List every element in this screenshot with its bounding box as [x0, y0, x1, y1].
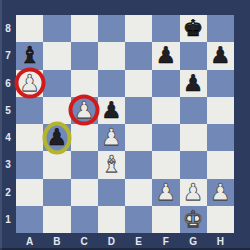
square-h6[interactable] — [207, 70, 234, 97]
square-g2[interactable]: ♟ — [180, 179, 207, 206]
file-label-e: E — [125, 233, 152, 250]
rank-label-8: 8 — [0, 15, 16, 42]
file-label-h: H — [207, 233, 234, 250]
square-f5[interactable] — [152, 97, 179, 124]
white-pawn-c5[interactable]: ♟ — [74, 99, 95, 122]
chess-diagram: 87654321 ♚♝♟♟♟♟♟♟♟♟♝♟♟♟♚ ABCDEFGH — [0, 0, 250, 250]
square-c1[interactable] — [71, 206, 98, 233]
square-d2[interactable] — [98, 179, 125, 206]
square-a2[interactable] — [16, 179, 43, 206]
square-d7[interactable] — [98, 42, 125, 69]
square-b2[interactable] — [43, 179, 70, 206]
file-label-a: A — [16, 233, 43, 250]
black-pawn-f7[interactable]: ♟ — [156, 44, 177, 67]
square-c3[interactable] — [71, 151, 98, 178]
rank-labels: 87654321 — [0, 15, 16, 233]
square-c5[interactable]: ♟ — [71, 97, 98, 124]
square-b6[interactable] — [43, 70, 70, 97]
square-a4[interactable] — [16, 124, 43, 151]
square-d6[interactable] — [98, 70, 125, 97]
square-a1[interactable] — [16, 206, 43, 233]
square-a8[interactable] — [16, 15, 43, 42]
square-g1[interactable]: ♚ — [180, 206, 207, 233]
white-pawn-d4[interactable]: ♟ — [101, 126, 122, 149]
rank-label-2: 2 — [0, 179, 16, 206]
rank-label-4: 4 — [0, 124, 16, 151]
chess-board[interactable]: ♚♝♟♟♟♟♟♟♟♟♝♟♟♟♚ — [16, 15, 234, 233]
white-pawn-f2[interactable]: ♟ — [156, 181, 177, 204]
file-label-g: G — [180, 233, 207, 250]
white-king-g1[interactable]: ♚ — [183, 208, 204, 231]
square-b7[interactable] — [43, 42, 70, 69]
square-b3[interactable] — [43, 151, 70, 178]
square-h8[interactable] — [207, 15, 234, 42]
square-a7[interactable]: ♝ — [16, 42, 43, 69]
black-pawn-d5[interactable]: ♟ — [101, 99, 122, 122]
file-label-b: B — [43, 233, 70, 250]
rank-label-5: 5 — [0, 97, 16, 124]
square-b1[interactable] — [43, 206, 70, 233]
square-g4[interactable] — [180, 124, 207, 151]
file-label-d: D — [98, 233, 125, 250]
white-pawn-g2[interactable]: ♟ — [183, 181, 204, 204]
square-g6[interactable]: ♟ — [180, 70, 207, 97]
white-bishop-d3[interactable]: ♝ — [101, 153, 122, 176]
file-labels: ABCDEFGH — [16, 233, 234, 250]
square-c4[interactable] — [71, 124, 98, 151]
rank-label-1: 1 — [0, 206, 16, 233]
square-h2[interactable]: ♟ — [207, 179, 234, 206]
square-a3[interactable] — [16, 151, 43, 178]
white-pawn-a6[interactable]: ♟ — [19, 72, 40, 95]
square-f3[interactable] — [152, 151, 179, 178]
square-g3[interactable] — [180, 151, 207, 178]
square-c8[interactable] — [71, 15, 98, 42]
square-h5[interactable] — [207, 97, 234, 124]
square-f8[interactable] — [152, 15, 179, 42]
square-e7[interactable] — [125, 42, 152, 69]
square-d1[interactable] — [98, 206, 125, 233]
black-pawn-h7[interactable]: ♟ — [210, 44, 231, 67]
square-f4[interactable] — [152, 124, 179, 151]
square-b4[interactable]: ♟ — [43, 124, 70, 151]
square-e4[interactable] — [125, 124, 152, 151]
square-b8[interactable] — [43, 15, 70, 42]
square-c7[interactable] — [71, 42, 98, 69]
square-g8[interactable]: ♚ — [180, 15, 207, 42]
square-b5[interactable] — [43, 97, 70, 124]
black-pawn-g6[interactable]: ♟ — [183, 72, 204, 95]
square-c2[interactable] — [71, 179, 98, 206]
square-e3[interactable] — [125, 151, 152, 178]
square-f2[interactable]: ♟ — [152, 179, 179, 206]
square-d8[interactable] — [98, 15, 125, 42]
file-label-c: C — [71, 233, 98, 250]
rank-label-6: 6 — [0, 70, 16, 97]
square-a5[interactable] — [16, 97, 43, 124]
square-h1[interactable] — [207, 206, 234, 233]
square-d3[interactable]: ♝ — [98, 151, 125, 178]
rank-label-7: 7 — [0, 42, 16, 69]
square-c6[interactable] — [71, 70, 98, 97]
square-g5[interactable] — [180, 97, 207, 124]
square-e1[interactable] — [125, 206, 152, 233]
black-king-g8[interactable]: ♚ — [183, 17, 204, 40]
file-label-f: F — [152, 233, 179, 250]
rank-label-3: 3 — [0, 151, 16, 178]
square-h7[interactable]: ♟ — [207, 42, 234, 69]
square-f1[interactable] — [152, 206, 179, 233]
square-e6[interactable] — [125, 70, 152, 97]
square-e2[interactable] — [125, 179, 152, 206]
square-h3[interactable] — [207, 151, 234, 178]
black-bishop-a7[interactable]: ♝ — [19, 44, 40, 67]
square-e8[interactable] — [125, 15, 152, 42]
square-g7[interactable] — [180, 42, 207, 69]
white-pawn-h2[interactable]: ♟ — [210, 181, 231, 204]
square-f6[interactable] — [152, 70, 179, 97]
square-a6[interactable]: ♟ — [16, 70, 43, 97]
square-e5[interactable] — [125, 97, 152, 124]
black-pawn-b4[interactable]: ♟ — [47, 126, 68, 149]
square-d5[interactable]: ♟ — [98, 97, 125, 124]
square-f7[interactable]: ♟ — [152, 42, 179, 69]
square-d4[interactable]: ♟ — [98, 124, 125, 151]
square-h4[interactable] — [207, 124, 234, 151]
